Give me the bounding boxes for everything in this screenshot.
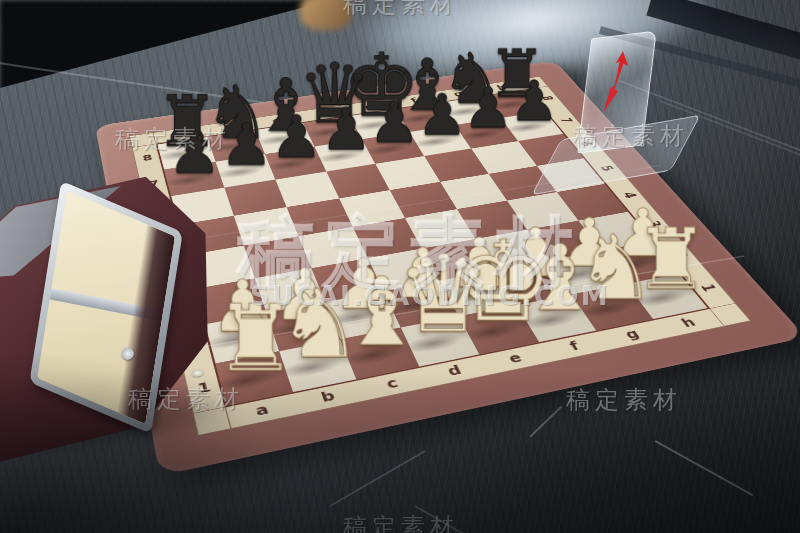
stand-red-arrow-logo (595, 47, 640, 117)
piece-black-pawn-d7[interactable]: ♟ (320, 101, 371, 158)
piece-black-pawn-f7[interactable]: ♟ (417, 87, 467, 143)
piece-black-pawn-c7[interactable]: ♟ (271, 108, 323, 166)
table-scratch (330, 450, 426, 507)
chess-clock (0, 159, 271, 469)
watermark-tile: 稿定素材 (343, 0, 459, 20)
acrylic-stand (545, 28, 700, 188)
table-scratch (529, 406, 562, 438)
watermark-tile: 稿定素材 (343, 511, 459, 533)
piece-black-pawn-e7[interactable]: ♟ (369, 94, 420, 151)
watermark-tile: 稿定素材 (115, 123, 231, 155)
piece-black-pawn-g7[interactable]: ♟ (463, 80, 513, 136)
watermark-tile: 稿定素材 (128, 383, 244, 415)
watermark-brand-url: SUCAI.GAODING.COM (250, 280, 610, 311)
watermark-tile: 稿定素材 (566, 384, 682, 416)
table-scratch (655, 440, 754, 496)
photo-scene: abcdefgh abcdefgh 87654321 87654321 ♜♞♝♛… (0, 0, 800, 533)
watermark-tile: 稿定素材 (573, 120, 689, 152)
